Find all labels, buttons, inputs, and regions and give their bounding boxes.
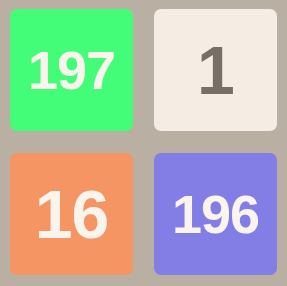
tile-r1c1: 196 [154,153,277,275]
tile-r0c1: 1 [154,9,277,131]
tile-r1c0: 16 [10,153,133,275]
tile-r0c0: 197 [10,9,133,131]
game-board[interactable]: 197 1 16 196 [0,0,287,286]
